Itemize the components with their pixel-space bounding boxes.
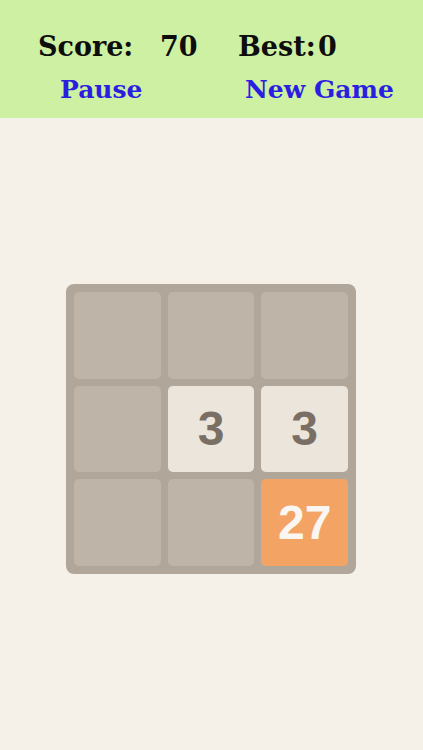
board-cell-r0c2 xyxy=(261,292,348,379)
tile-3: 3 xyxy=(168,386,255,473)
board-cell-r2c1 xyxy=(168,479,255,566)
score-value: 70 xyxy=(160,33,198,60)
new-game-button[interactable]: New Game xyxy=(245,77,394,102)
best-value: 0 xyxy=(318,33,337,60)
board-cell-r1c1: 3 xyxy=(168,386,255,473)
app-screen: Score: 70 Best: 0 Pause New Game 3 3 27 xyxy=(0,0,423,750)
top-bar: Score: 70 Best: 0 Pause New Game xyxy=(0,0,423,118)
game-board[interactable]: 3 3 27 xyxy=(66,284,356,574)
board-cell-r2c2: 27 xyxy=(261,479,348,566)
board-cell-r1c0 xyxy=(74,386,161,473)
pause-button[interactable]: Pause xyxy=(60,77,142,102)
best-label: Best: xyxy=(238,33,316,60)
tile-3: 3 xyxy=(261,386,348,473)
board-cell-r0c0 xyxy=(74,292,161,379)
board-cell-r2c0 xyxy=(74,479,161,566)
score-label: Score: xyxy=(38,33,133,60)
board-cell-r1c2: 3 xyxy=(261,386,348,473)
board-cell-r0c1 xyxy=(168,292,255,379)
tile-27: 27 xyxy=(261,479,348,566)
